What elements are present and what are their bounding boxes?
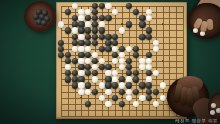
black-stone — [99, 3, 105, 9]
white-stone — [132, 101, 138, 107]
white-stone — [99, 95, 105, 101]
white-stone — [126, 46, 132, 52]
bowl-stone — [41, 20, 47, 26]
black-stone — [132, 52, 138, 58]
white-stone — [92, 76, 98, 82]
bowl-stone — [211, 103, 216, 108]
black-stone — [119, 88, 125, 94]
black-stone — [105, 15, 111, 21]
white-stone — [153, 46, 159, 52]
black-stone — [132, 76, 138, 82]
caption-watermark: 레전드 명승부 리뷰 — [175, 118, 218, 123]
black-stone — [139, 82, 145, 88]
black-stone-bowl — [24, 1, 56, 32]
bowl-stone — [210, 110, 215, 115]
white-stone — [78, 88, 84, 94]
black-stone — [126, 3, 132, 9]
board-grid — [61, 6, 183, 116]
black-stone — [92, 40, 98, 46]
white-stone — [105, 3, 111, 9]
black-stone — [99, 33, 105, 39]
black-stone — [105, 46, 111, 52]
star-point — [121, 97, 123, 99]
white-stone — [105, 88, 111, 94]
black-stone — [92, 88, 98, 94]
white-stone — [153, 101, 159, 107]
black-stone — [119, 101, 125, 107]
white-stone — [112, 58, 118, 64]
white-stone — [85, 88, 91, 94]
black-stone — [153, 88, 159, 94]
white-stone — [160, 95, 166, 101]
white-stone — [146, 15, 152, 21]
black-stone — [58, 52, 64, 58]
black-stone — [139, 21, 145, 27]
black-stone — [99, 64, 105, 70]
black-stone — [85, 70, 91, 76]
black-stone — [71, 82, 77, 88]
finger-icon — [207, 19, 214, 30]
white-stone — [105, 101, 111, 107]
white-stone — [99, 82, 105, 88]
white-stone — [58, 21, 64, 27]
star-point — [162, 23, 164, 25]
white-stone — [71, 46, 77, 52]
black-stone — [85, 101, 91, 107]
black-stone — [65, 27, 71, 33]
black-stone — [99, 46, 105, 52]
grid-line — [61, 116, 183, 117]
black-stone — [112, 82, 118, 88]
black-stone — [65, 76, 71, 82]
black-stone — [146, 33, 152, 39]
white-stone — [119, 64, 125, 70]
black-stone — [139, 33, 145, 39]
white-stone — [153, 70, 159, 76]
white-stone — [139, 95, 145, 101]
black-stone — [112, 95, 118, 101]
star-point — [80, 97, 82, 99]
white-stone — [71, 3, 77, 9]
white-stone — [160, 82, 166, 88]
grid-line — [136, 6, 137, 116]
black-stone — [132, 88, 138, 94]
white-stone — [119, 27, 125, 33]
table-scene: 레전드 명승부 리뷰 — [0, 0, 220, 124]
grid-line — [61, 110, 183, 111]
star-point — [121, 23, 123, 25]
grid-line — [156, 6, 157, 116]
white-stone — [139, 64, 145, 70]
white-stone — [126, 95, 132, 101]
white-stone — [112, 9, 118, 15]
black-stone — [146, 95, 152, 101]
black-stone — [132, 9, 138, 15]
black-stone — [65, 9, 71, 15]
star-point — [162, 60, 164, 62]
black-stone — [71, 58, 77, 64]
bowl-stone — [216, 108, 220, 113]
black-stone — [126, 21, 132, 27]
